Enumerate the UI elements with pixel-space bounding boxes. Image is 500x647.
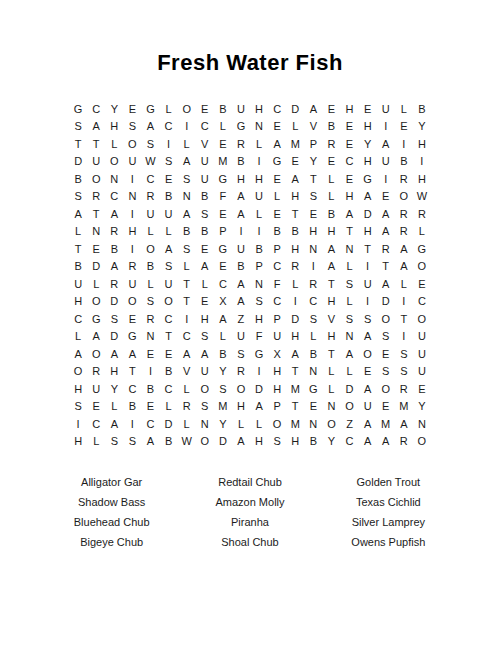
grid-cell-r15c1[interactable]: A — [69, 345, 87, 363]
grid-cell-r14c5[interactable]: N — [141, 328, 159, 346]
grid-cell-r7c6[interactable]: U — [160, 205, 178, 223]
grid-cell-r10c3[interactable]: A — [105, 258, 123, 276]
grid-cell-r20c10[interactable]: A — [232, 433, 250, 451]
grid-cell-r17c15[interactable]: L — [322, 380, 340, 398]
grid-cell-r5c7[interactable]: S — [178, 170, 196, 188]
grid-cell-r4c7[interactable]: A — [178, 153, 196, 171]
grid-cell-r15c7[interactable]: A — [178, 345, 196, 363]
grid-cell-r9c5[interactable]: O — [141, 240, 159, 258]
grid-cell-r1c9[interactable]: B — [214, 100, 232, 118]
grid-cell-r20c4[interactable]: S — [123, 433, 141, 451]
grid-cell-r19c19[interactable]: A — [395, 415, 413, 433]
grid-cell-r2c15[interactable]: B — [322, 118, 340, 136]
grid-cell-r7c14[interactable]: E — [304, 205, 322, 223]
grid-cell-r2c12[interactable]: E — [268, 118, 286, 136]
grid-cell-r15c2[interactable]: O — [87, 345, 105, 363]
grid-cell-r9c4[interactable]: I — [123, 240, 141, 258]
grid-cell-r17c5[interactable]: B — [141, 380, 159, 398]
grid-cell-r14c10[interactable]: U — [232, 328, 250, 346]
grid-cell-r3c3[interactable]: L — [105, 135, 123, 153]
grid-cell-r3c15[interactable]: R — [322, 135, 340, 153]
grid-cell-r14c11[interactable]: F — [250, 328, 268, 346]
grid-cell-r4c17[interactable]: H — [359, 153, 377, 171]
grid-cell-r14c9[interactable]: L — [214, 328, 232, 346]
grid-cell-r11c3[interactable]: R — [105, 275, 123, 293]
grid-cell-r2c1[interactable]: S — [69, 118, 87, 136]
grid-cell-r10c2[interactable]: D — [87, 258, 105, 276]
grid-cell-r2c5[interactable]: A — [141, 118, 159, 136]
grid-cell-r13c9[interactable]: A — [214, 310, 232, 328]
grid-cell-r10c11[interactable]: P — [250, 258, 268, 276]
grid-cell-r18c20[interactable]: Y — [413, 398, 431, 416]
grid-cell-r12c4[interactable]: O — [123, 293, 141, 311]
grid-cell-r7c10[interactable]: A — [232, 205, 250, 223]
grid-cell-r1c19[interactable]: L — [395, 100, 413, 118]
grid-cell-r6c5[interactable]: R — [141, 188, 159, 206]
grid-cell-r19c1[interactable]: I — [69, 415, 87, 433]
grid-cell-r13c3[interactable]: S — [105, 310, 123, 328]
grid-cell-r19c14[interactable]: N — [304, 415, 322, 433]
grid-cell-r9c11[interactable]: B — [250, 240, 268, 258]
grid-cell-r4c2[interactable]: U — [87, 153, 105, 171]
grid-cell-r16c6[interactable]: B — [160, 363, 178, 381]
grid-cell-r4c6[interactable]: S — [160, 153, 178, 171]
grid-cell-r3c2[interactable]: T — [87, 135, 105, 153]
grid-cell-r16c19[interactable]: S — [395, 363, 413, 381]
grid-cell-r9c1[interactable]: T — [69, 240, 87, 258]
grid-cell-r13c17[interactable]: S — [359, 310, 377, 328]
grid-cell-r4c20[interactable]: I — [413, 153, 431, 171]
grid-cell-r7c1[interactable]: A — [69, 205, 87, 223]
grid-cell-r1c14[interactable]: A — [304, 100, 322, 118]
grid-cell-r4c19[interactable]: B — [395, 153, 413, 171]
grid-cell-r10c7[interactable]: L — [178, 258, 196, 276]
grid-cell-r15c11[interactable]: G — [250, 345, 268, 363]
grid-cell-r20c16[interactable]: C — [340, 433, 358, 451]
grid-cell-r2c14[interactable]: V — [304, 118, 322, 136]
grid-cell-r17c12[interactable]: H — [268, 380, 286, 398]
grid-cell-r1c5[interactable]: G — [141, 100, 159, 118]
grid-cell-r18c5[interactable]: E — [141, 398, 159, 416]
grid-cell-r12c3[interactable]: D — [105, 293, 123, 311]
grid-cell-r4c3[interactable]: O — [105, 153, 123, 171]
grid-cell-r8c6[interactable]: L — [160, 223, 178, 241]
grid-cell-r5c2[interactable]: O — [87, 170, 105, 188]
grid-cell-r4c13[interactable]: E — [286, 153, 304, 171]
grid-cell-r8c17[interactable]: H — [359, 223, 377, 241]
grid-cell-r14c18[interactable]: S — [377, 328, 395, 346]
grid-cell-r15c16[interactable]: A — [340, 345, 358, 363]
grid-cell-r12c1[interactable]: H — [69, 293, 87, 311]
grid-cell-r15c13[interactable]: A — [286, 345, 304, 363]
grid-cell-r11c4[interactable]: U — [123, 275, 141, 293]
grid-cell-r13c20[interactable]: O — [413, 310, 431, 328]
grid-cell-r11c20[interactable]: E — [413, 275, 431, 293]
grid-cell-r16c12[interactable]: H — [268, 363, 286, 381]
grid-cell-r19c20[interactable]: N — [413, 415, 431, 433]
grid-cell-r11c14[interactable]: R — [304, 275, 322, 293]
grid-cell-r3c8[interactable]: V — [196, 135, 214, 153]
grid-cell-r19c17[interactable]: A — [359, 415, 377, 433]
grid-cell-r7c20[interactable]: R — [413, 205, 431, 223]
grid-cell-r9c13[interactable]: H — [286, 240, 304, 258]
grid-cell-r15c3[interactable]: A — [105, 345, 123, 363]
grid-cell-r14c2[interactable]: A — [87, 328, 105, 346]
grid-cell-r7c7[interactable]: A — [178, 205, 196, 223]
grid-cell-r3c20[interactable]: H — [413, 135, 431, 153]
grid-cell-r4c1[interactable]: D — [69, 153, 87, 171]
grid-cell-r10c6[interactable]: S — [160, 258, 178, 276]
grid-cell-r12c10[interactable]: A — [232, 293, 250, 311]
grid-cell-r14c15[interactable]: H — [322, 328, 340, 346]
grid-cell-r6c10[interactable]: A — [232, 188, 250, 206]
grid-cell-r9c7[interactable]: S — [178, 240, 196, 258]
grid-cell-r10c1[interactable]: B — [69, 258, 87, 276]
grid-cell-r2c9[interactable]: L — [214, 118, 232, 136]
grid-cell-r7c4[interactable]: I — [123, 205, 141, 223]
grid-cell-r19c10[interactable]: L — [232, 415, 250, 433]
grid-cell-r12c16[interactable]: L — [340, 293, 358, 311]
grid-cell-r18c19[interactable]: M — [395, 398, 413, 416]
grid-cell-r18c9[interactable]: M — [214, 398, 232, 416]
grid-cell-r19c4[interactable]: I — [123, 415, 141, 433]
grid-cell-r12c7[interactable]: T — [178, 293, 196, 311]
grid-cell-r1c16[interactable]: H — [340, 100, 358, 118]
grid-cell-r8c8[interactable]: B — [196, 223, 214, 241]
grid-cell-r9c18[interactable]: R — [377, 240, 395, 258]
grid-cell-r19c5[interactable]: C — [141, 415, 159, 433]
grid-cell-r13c2[interactable]: G — [87, 310, 105, 328]
grid-cell-r15c20[interactable]: U — [413, 345, 431, 363]
grid-cell-r13c18[interactable]: O — [377, 310, 395, 328]
grid-cell-r7c16[interactable]: A — [340, 205, 358, 223]
grid-cell-r11c6[interactable]: U — [160, 275, 178, 293]
grid-cell-r6c20[interactable]: W — [413, 188, 431, 206]
grid-cell-r8c1[interactable]: L — [69, 223, 87, 241]
grid-cell-r5c20[interactable]: H — [413, 170, 431, 188]
grid-cell-r19c2[interactable]: C — [87, 415, 105, 433]
grid-cell-r3c1[interactable]: T — [69, 135, 87, 153]
grid-cell-r18c13[interactable]: T — [286, 398, 304, 416]
grid-cell-r10c4[interactable]: R — [123, 258, 141, 276]
grid-cell-r6c7[interactable]: N — [178, 188, 196, 206]
grid-cell-r5c4[interactable]: I — [123, 170, 141, 188]
grid-cell-r5c14[interactable]: T — [304, 170, 322, 188]
grid-cell-r5c5[interactable]: C — [141, 170, 159, 188]
grid-cell-r13c7[interactable]: I — [178, 310, 196, 328]
grid-cell-r4c9[interactable]: M — [214, 153, 232, 171]
grid-cell-r9c17[interactable]: T — [359, 240, 377, 258]
grid-cell-r8c16[interactable]: T — [340, 223, 358, 241]
grid-cell-r2c2[interactable]: A — [87, 118, 105, 136]
grid-cell-r20c13[interactable]: H — [286, 433, 304, 451]
grid-cell-r11c7[interactable]: T — [178, 275, 196, 293]
grid-cell-r3c16[interactable]: E — [340, 135, 358, 153]
grid-cell-r18c15[interactable]: N — [322, 398, 340, 416]
grid-cell-r5c18[interactable]: I — [377, 170, 395, 188]
grid-cell-r15c14[interactable]: B — [304, 345, 322, 363]
grid-cell-r2c4[interactable]: S — [123, 118, 141, 136]
grid-cell-r11c8[interactable]: L — [196, 275, 214, 293]
grid-cell-r17c3[interactable]: Y — [105, 380, 123, 398]
grid-cell-r11c5[interactable]: L — [141, 275, 159, 293]
grid-cell-r7c3[interactable]: A — [105, 205, 123, 223]
grid-cell-r7c13[interactable]: T — [286, 205, 304, 223]
grid-cell-r18c1[interactable]: S — [69, 398, 87, 416]
grid-cell-r20c20[interactable]: O — [413, 433, 431, 451]
grid-cell-r6c6[interactable]: B — [160, 188, 178, 206]
grid-cell-r12c20[interactable]: C — [413, 293, 431, 311]
grid-cell-r14c8[interactable]: S — [196, 328, 214, 346]
grid-cell-r14c4[interactable]: G — [123, 328, 141, 346]
grid-cell-r10c14[interactable]: I — [304, 258, 322, 276]
grid-cell-r14c13[interactable]: H — [286, 328, 304, 346]
grid-cell-r16c7[interactable]: V — [178, 363, 196, 381]
grid-cell-r12c11[interactable]: S — [250, 293, 268, 311]
grid-cell-r3c5[interactable]: S — [141, 135, 159, 153]
grid-cell-r17c13[interactable]: M — [286, 380, 304, 398]
grid-cell-r16c9[interactable]: Y — [214, 363, 232, 381]
grid-cell-r5c3[interactable]: N — [105, 170, 123, 188]
grid-cell-r10c20[interactable]: O — [413, 258, 431, 276]
grid-cell-r9c6[interactable]: A — [160, 240, 178, 258]
grid-cell-r2c13[interactable]: L — [286, 118, 304, 136]
grid-cell-r17c9[interactable]: S — [214, 380, 232, 398]
grid-cell-r6c16[interactable]: H — [340, 188, 358, 206]
grid-cell-r1c17[interactable]: E — [359, 100, 377, 118]
grid-cell-r16c11[interactable]: I — [250, 363, 268, 381]
grid-cell-r11c12[interactable]: F — [268, 275, 286, 293]
grid-cell-r19c9[interactable]: Y — [214, 415, 232, 433]
grid-cell-r14c1[interactable]: L — [69, 328, 87, 346]
grid-cell-r20c2[interactable]: L — [87, 433, 105, 451]
grid-cell-r7c8[interactable]: S — [196, 205, 214, 223]
grid-cell-r4c14[interactable]: Y — [304, 153, 322, 171]
grid-cell-r16c1[interactable]: O — [69, 363, 87, 381]
grid-cell-r16c2[interactable]: R — [87, 363, 105, 381]
grid-cell-r16c18[interactable]: S — [377, 363, 395, 381]
grid-cell-r13c19[interactable]: T — [395, 310, 413, 328]
grid-cell-r1c13[interactable]: D — [286, 100, 304, 118]
grid-cell-r18c18[interactable]: E — [377, 398, 395, 416]
grid-cell-r6c3[interactable]: C — [105, 188, 123, 206]
grid-cell-r20c14[interactable]: B — [304, 433, 322, 451]
grid-cell-r17c16[interactable]: D — [340, 380, 358, 398]
grid-cell-r15c9[interactable]: B — [214, 345, 232, 363]
grid-cell-r3c14[interactable]: P — [304, 135, 322, 153]
grid-cell-r15c6[interactable]: E — [160, 345, 178, 363]
grid-cell-r8c19[interactable]: R — [395, 223, 413, 241]
grid-cell-r3c7[interactable]: L — [178, 135, 196, 153]
grid-cell-r3c17[interactable]: Y — [359, 135, 377, 153]
grid-cell-r1c7[interactable]: O — [178, 100, 196, 118]
grid-cell-r2c20[interactable]: Y — [413, 118, 431, 136]
grid-cell-r10c5[interactable]: B — [141, 258, 159, 276]
grid-cell-r12c5[interactable]: S — [141, 293, 159, 311]
grid-cell-r6c13[interactable]: H — [286, 188, 304, 206]
grid-cell-r8c14[interactable]: H — [304, 223, 322, 241]
grid-cell-r7c2[interactable]: T — [87, 205, 105, 223]
grid-cell-r9c10[interactable]: U — [232, 240, 250, 258]
grid-cell-r3c18[interactable]: A — [377, 135, 395, 153]
grid-cell-r11c13[interactable]: L — [286, 275, 304, 293]
grid-cell-r17c17[interactable]: A — [359, 380, 377, 398]
grid-cell-r16c14[interactable]: N — [304, 363, 322, 381]
grid-cell-r16c4[interactable]: T — [123, 363, 141, 381]
grid-cell-r15c12[interactable]: X — [268, 345, 286, 363]
grid-cell-r10c13[interactable]: R — [286, 258, 304, 276]
grid-cell-r9c15[interactable]: A — [322, 240, 340, 258]
grid-cell-r7c5[interactable]: U — [141, 205, 159, 223]
grid-cell-r9c9[interactable]: G — [214, 240, 232, 258]
grid-cell-r1c4[interactable]: E — [123, 100, 141, 118]
grid-cell-r5c8[interactable]: U — [196, 170, 214, 188]
grid-cell-r3c6[interactable]: I — [160, 135, 178, 153]
grid-cell-r12c17[interactable]: I — [359, 293, 377, 311]
grid-cell-r16c17[interactable]: E — [359, 363, 377, 381]
grid-cell-r19c12[interactable]: O — [268, 415, 286, 433]
grid-cell-r13c6[interactable]: C — [160, 310, 178, 328]
grid-cell-r4c12[interactable]: G — [268, 153, 286, 171]
grid-cell-r15c4[interactable]: A — [123, 345, 141, 363]
grid-cell-r11c9[interactable]: C — [214, 275, 232, 293]
grid-cell-r19c18[interactable]: M — [377, 415, 395, 433]
grid-cell-r11c1[interactable]: U — [69, 275, 87, 293]
grid-cell-r10c18[interactable]: T — [377, 258, 395, 276]
grid-cell-r3c9[interactable]: E — [214, 135, 232, 153]
grid-cell-r12c6[interactable]: O — [160, 293, 178, 311]
grid-cell-r11c10[interactable]: A — [232, 275, 250, 293]
grid-cell-r16c20[interactable]: U — [413, 363, 431, 381]
grid-cell-r20c15[interactable]: Y — [322, 433, 340, 451]
grid-cell-r13c8[interactable]: H — [196, 310, 214, 328]
grid-cell-r20c19[interactable]: R — [395, 433, 413, 451]
grid-cell-r8c2[interactable]: N — [87, 223, 105, 241]
grid-cell-r20c8[interactable]: O — [196, 433, 214, 451]
grid-cell-r13c11[interactable]: H — [250, 310, 268, 328]
grid-cell-r17c14[interactable]: G — [304, 380, 322, 398]
grid-cell-r3c11[interactable]: L — [250, 135, 268, 153]
grid-cell-r4c10[interactable]: B — [232, 153, 250, 171]
grid-cell-r1c10[interactable]: U — [232, 100, 250, 118]
grid-cell-r16c16[interactable]: L — [340, 363, 358, 381]
grid-cell-r15c19[interactable]: S — [395, 345, 413, 363]
grid-cell-r6c17[interactable]: A — [359, 188, 377, 206]
grid-cell-r15c8[interactable]: A — [196, 345, 214, 363]
grid-cell-r20c3[interactable]: S — [105, 433, 123, 451]
grid-cell-r5c9[interactable]: G — [214, 170, 232, 188]
grid-cell-r3c4[interactable]: O — [123, 135, 141, 153]
grid-cell-r18c11[interactable]: A — [250, 398, 268, 416]
grid-cell-r15c18[interactable]: E — [377, 345, 395, 363]
grid-cell-r16c10[interactable]: R — [232, 363, 250, 381]
grid-cell-r8c12[interactable]: B — [268, 223, 286, 241]
grid-cell-r15c17[interactable]: O — [359, 345, 377, 363]
grid-cell-r18c10[interactable]: H — [232, 398, 250, 416]
grid-cell-r18c7[interactable]: R — [178, 398, 196, 416]
grid-cell-r6c4[interactable]: N — [123, 188, 141, 206]
grid-cell-r8c10[interactable]: I — [232, 223, 250, 241]
grid-cell-r8c4[interactable]: H — [123, 223, 141, 241]
grid-cell-r9c20[interactable]: G — [413, 240, 431, 258]
grid-cell-r20c7[interactable]: W — [178, 433, 196, 451]
grid-cell-r20c9[interactable]: D — [214, 433, 232, 451]
grid-cell-r1c6[interactable]: L — [160, 100, 178, 118]
grid-cell-r20c11[interactable]: H — [250, 433, 268, 451]
grid-cell-r8c9[interactable]: P — [214, 223, 232, 241]
grid-cell-r12c18[interactable]: D — [377, 293, 395, 311]
grid-cell-r5c6[interactable]: E — [160, 170, 178, 188]
grid-cell-r14c14[interactable]: L — [304, 328, 322, 346]
grid-cell-r3c19[interactable]: I — [395, 135, 413, 153]
grid-cell-r13c14[interactable]: S — [304, 310, 322, 328]
grid-cell-r17c2[interactable]: U — [87, 380, 105, 398]
grid-cell-r20c5[interactable]: A — [141, 433, 159, 451]
grid-cell-r8c7[interactable]: B — [178, 223, 196, 241]
grid-cell-r9c12[interactable]: P — [268, 240, 286, 258]
grid-cell-r2c11[interactable]: N — [250, 118, 268, 136]
grid-cell-r13c16[interactable]: S — [340, 310, 358, 328]
grid-cell-r11c2[interactable]: L — [87, 275, 105, 293]
grid-cell-r18c12[interactable]: P — [268, 398, 286, 416]
grid-cell-r5c16[interactable]: E — [340, 170, 358, 188]
grid-cell-r17c19[interactable]: R — [395, 380, 413, 398]
grid-cell-r10c9[interactable]: E — [214, 258, 232, 276]
grid-cell-r1c15[interactable]: E — [322, 100, 340, 118]
grid-cell-r17c20[interactable]: E — [413, 380, 431, 398]
grid-cell-r2c8[interactable]: C — [196, 118, 214, 136]
grid-cell-r12c9[interactable]: X — [214, 293, 232, 311]
grid-cell-r19c11[interactable]: L — [250, 415, 268, 433]
grid-cell-r8c20[interactable]: L — [413, 223, 431, 241]
grid-cell-r18c3[interactable]: L — [105, 398, 123, 416]
grid-cell-r12c13[interactable]: I — [286, 293, 304, 311]
grid-cell-r7c15[interactable]: B — [322, 205, 340, 223]
grid-cell-r15c15[interactable]: T — [322, 345, 340, 363]
grid-cell-r5c13[interactable]: A — [286, 170, 304, 188]
grid-cell-r2c10[interactable]: G — [232, 118, 250, 136]
grid-cell-r10c17[interactable]: I — [359, 258, 377, 276]
grid-cell-r18c17[interactable]: U — [359, 398, 377, 416]
grid-cell-r19c15[interactable]: O — [322, 415, 340, 433]
grid-cell-r6c8[interactable]: B — [196, 188, 214, 206]
grid-cell-r17c18[interactable]: O — [377, 380, 395, 398]
grid-cell-r18c16[interactable]: O — [340, 398, 358, 416]
grid-cell-r7c17[interactable]: D — [359, 205, 377, 223]
grid-cell-r6c1[interactable]: S — [69, 188, 87, 206]
grid-cell-r12c15[interactable]: H — [322, 293, 340, 311]
grid-cell-r5c17[interactable]: G — [359, 170, 377, 188]
grid-cell-r11c19[interactable]: L — [395, 275, 413, 293]
grid-cell-r10c12[interactable]: C — [268, 258, 286, 276]
grid-cell-r5c1[interactable]: B — [69, 170, 87, 188]
grid-cell-r2c16[interactable]: E — [340, 118, 358, 136]
grid-cell-r3c10[interactable]: R — [232, 135, 250, 153]
grid-cell-r18c14[interactable]: E — [304, 398, 322, 416]
grid-cell-r17c10[interactable]: O — [232, 380, 250, 398]
grid-cell-r9c16[interactable]: N — [340, 240, 358, 258]
grid-cell-r4c8[interactable]: U — [196, 153, 214, 171]
grid-cell-r12c14[interactable]: C — [304, 293, 322, 311]
grid-cell-r10c15[interactable]: A — [322, 258, 340, 276]
grid-cell-r10c16[interactable]: L — [340, 258, 358, 276]
grid-cell-r15c10[interactable]: S — [232, 345, 250, 363]
grid-cell-r1c12[interactable]: C — [268, 100, 286, 118]
grid-cell-r4c4[interactable]: U — [123, 153, 141, 171]
grid-cell-r19c3[interactable]: A — [105, 415, 123, 433]
grid-cell-r6c12[interactable]: L — [268, 188, 286, 206]
grid-cell-r18c2[interactable]: E — [87, 398, 105, 416]
